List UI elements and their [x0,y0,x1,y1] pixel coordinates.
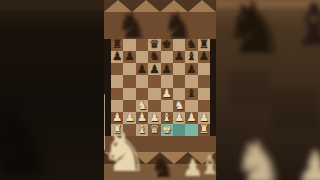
blurred-white-knight-icon: ♞ [232,132,286,180]
piece-white-pawn[interactable]: ♟ [123,112,135,124]
square-h5[interactable] [198,75,210,87]
square-g4[interactable]: ♝ [185,88,197,100]
square-g6[interactable]: ♟ [185,63,197,75]
square-f6[interactable] [173,63,185,75]
square-h7[interactable]: ♟ [198,51,210,63]
piece-black-pawn[interactable]: ♟ [111,51,123,63]
piece-white-king[interactable]: ♚ [161,124,173,136]
square-c6[interactable]: ♟ [136,63,148,75]
piece-black-pawn[interactable]: ♟ [185,63,197,75]
square-c1[interactable]: ♝ [136,124,148,136]
blurred-white-pawn-icon: ♟ [295,145,320,180]
square-f5[interactable] [173,75,185,87]
square-e1[interactable]: ♚ [161,124,173,136]
square-h1[interactable]: ♜ [198,124,210,136]
square-a4[interactable] [111,88,123,100]
piece-white-rook[interactable]: ♜ [198,124,210,136]
zigzag-board-edge-top [104,0,216,12]
square-a1[interactable]: ♜ [111,124,123,136]
square-g1[interactable] [185,124,197,136]
piece-black-pawn[interactable]: ♟ [123,51,135,63]
blurred-background-left: ♞ [0,0,105,180]
video-strip: ♞ ♞ ♜♛♚♞♜♟♟♞♟♝♟♟♟♟♟♟♝♞♞♟♟♟♟♝♟♟♟♜♝♛♚♜ ♞ ♞… [104,0,216,180]
chess-board: ♜♛♚♞♜♟♟♞♟♝♟♟♟♟♟♟♝♞♞♟♟♟♟♝♟♟♟♜♝♛♚♜ [111,39,210,136]
zigzag-board-edge-bottom [104,152,216,164]
wood-band [215,0,320,8]
square-b4[interactable] [123,88,135,100]
piece-black-bishop[interactable]: ♝ [185,88,197,100]
square-c5[interactable] [136,75,148,87]
square-a7[interactable]: ♟ [111,51,123,63]
blurred-board-square [230,70,270,105]
square-b2[interactable]: ♟ [123,112,135,124]
square-f1[interactable] [173,124,185,136]
blurred-background-right: ♞ ♝ ♞ ♟ [215,0,320,180]
blurred-black-knight-icon: ♞ [0,95,60,180]
square-d1[interactable]: ♛ [148,124,160,136]
piece-white-bishop[interactable]: ♝ [136,124,148,136]
square-f2[interactable]: ♟ [173,112,185,124]
square-b7[interactable]: ♟ [123,51,135,63]
piece-black-pawn[interactable]: ♟ [161,63,173,75]
square-b6[interactable] [123,63,135,75]
square-a6[interactable] [111,63,123,75]
wood-area-below-board [104,136,216,152]
piece-black-pawn[interactable]: ♟ [148,63,160,75]
piece-black-pawn[interactable]: ♟ [136,63,148,75]
square-d6[interactable]: ♟ [148,63,160,75]
square-f7[interactable]: ♟ [173,51,185,63]
piece-white-pawn[interactable]: ♟ [173,112,185,124]
square-c8[interactable] [136,39,148,51]
square-b1[interactable] [123,124,135,136]
piece-black-king[interactable]: ♚ [161,39,173,51]
piece-white-pawn[interactable]: ♟ [185,112,197,124]
square-h6[interactable] [198,63,210,75]
blurred-board-square [272,88,318,128]
square-g2[interactable]: ♟ [185,112,197,124]
square-e4[interactable]: ♟ [161,88,173,100]
square-d5[interactable] [148,75,160,87]
piece-white-queen[interactable]: ♛ [148,124,160,136]
square-e8[interactable]: ♚ [161,39,173,51]
blurred-black-bishop-icon: ♝ [288,0,320,54]
piece-black-pawn[interactable]: ♟ [198,51,210,63]
square-e6[interactable]: ♟ [161,63,173,75]
piece-white-pawn[interactable]: ♟ [161,88,173,100]
move-highlight-f1 [173,124,185,136]
piece-black-pawn[interactable]: ♟ [173,51,185,63]
wood-band-bottom [104,164,216,180]
square-d4[interactable] [148,88,160,100]
move-highlight-g1 [185,124,197,136]
blurred-black-knight-icon: ♞ [222,0,287,64]
wood-area-above-board [104,12,216,39]
square-b5[interactable] [123,75,135,87]
square-a5[interactable] [111,75,123,87]
piece-white-rook[interactable]: ♜ [111,124,123,136]
wood-band [0,0,105,10]
light-seam-line [104,94,106,150]
video-frame: ♞ ♞ ♝ ♞ ♟ ♞ ♞ ♜♛♚♞♜♟♟♞♟♝♟♟♟♟♟♟♝♞♞♟♟♟♟♝♟♟… [0,0,320,180]
square-h4[interactable] [198,88,210,100]
